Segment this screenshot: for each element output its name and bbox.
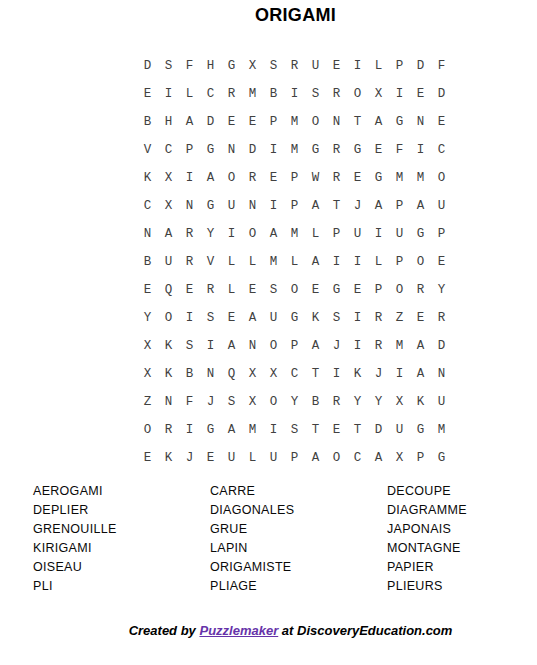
grid-cell: O <box>389 276 410 304</box>
grid-cell: I <box>158 80 179 108</box>
grid-cell: E <box>431 108 452 136</box>
grid-cell: G <box>389 108 410 136</box>
grid-cell: S <box>305 80 326 108</box>
word-list: AEROGAMIDEPLIERGRENOUILLEKIRIGAMIOISEAUP… <box>0 482 537 600</box>
grid-cell: E <box>431 248 452 276</box>
grid-cell: D <box>410 52 431 80</box>
grid-cell: U <box>221 192 242 220</box>
grid-cell: Y <box>368 388 389 416</box>
grid-cell: P <box>284 332 305 360</box>
grid-cell: E <box>368 136 389 164</box>
grid-cell: Y <box>431 276 452 304</box>
grid-cell: B <box>137 248 158 276</box>
grid-cell: S <box>263 276 284 304</box>
grid-cell: B <box>179 360 200 388</box>
grid-cell: R <box>326 388 347 416</box>
grid-cell: T <box>326 192 347 220</box>
grid-cell: G <box>410 416 431 444</box>
word-item: PLIEURS <box>387 577 467 596</box>
grid-cell: J <box>326 332 347 360</box>
grid-cell: N <box>221 136 242 164</box>
word-search-grid: DSFHGXSRUEILPDFEILCRMBISROXIEDBHADEEPMON… <box>137 52 452 472</box>
grid-cell: C <box>158 136 179 164</box>
grid-cell: L <box>368 248 389 276</box>
grid-cell: U <box>263 304 284 332</box>
grid-cell: T <box>305 416 326 444</box>
grid-cell: R <box>179 248 200 276</box>
grid-cell: O <box>242 220 263 248</box>
grid-cell: O <box>326 444 347 472</box>
grid-cell: G <box>347 136 368 164</box>
grid-cell: E <box>137 276 158 304</box>
grid-cell: C <box>137 192 158 220</box>
grid-cell: I <box>347 52 368 80</box>
grid-cell: A <box>305 248 326 276</box>
grid-cell: M <box>284 136 305 164</box>
grid-cell: G <box>284 304 305 332</box>
puzzle-title: ORIGAMI <box>0 5 537 26</box>
grid-cell: D <box>137 52 158 80</box>
grid-cell: X <box>389 444 410 472</box>
grid-cell: W <box>305 164 326 192</box>
grid-cell: P <box>389 192 410 220</box>
grid-cell: M <box>284 108 305 136</box>
grid-cell: X <box>158 164 179 192</box>
grid-cell: I <box>263 136 284 164</box>
grid-cell: M <box>389 164 410 192</box>
grid-cell: K <box>158 360 179 388</box>
grid-cell: A <box>242 304 263 332</box>
grid-cell: P <box>284 444 305 472</box>
grid-cell: K <box>137 164 158 192</box>
grid-cell: A <box>221 416 242 444</box>
grid-cell: P <box>431 220 452 248</box>
grid-cell: S <box>221 388 242 416</box>
grid-cell: L <box>221 276 242 304</box>
grid-cell: B <box>305 388 326 416</box>
grid-cell: C <box>431 136 452 164</box>
grid-cell: R <box>284 52 305 80</box>
grid-cell: A <box>200 164 221 192</box>
grid-cell: G <box>200 136 221 164</box>
word-item: MONTAGNE <box>387 539 467 558</box>
grid-cell: H <box>200 52 221 80</box>
grid-cell: A <box>263 220 284 248</box>
grid-cell: E <box>242 108 263 136</box>
grid-cell: R <box>221 80 242 108</box>
grid-cell: S <box>179 332 200 360</box>
grid-cell: N <box>200 360 221 388</box>
grid-cell: L <box>368 52 389 80</box>
grid-cell: I <box>347 248 368 276</box>
grid-cell: I <box>263 192 284 220</box>
grid-cell: I <box>221 220 242 248</box>
word-item: LAPIN <box>210 539 294 558</box>
grid-cell: L <box>242 248 263 276</box>
grid-cell: P <box>284 192 305 220</box>
grid-cell: Y <box>284 388 305 416</box>
grid-cell: X <box>242 52 263 80</box>
grid-cell: L <box>305 220 326 248</box>
grid-cell: A <box>305 332 326 360</box>
grid-cell: A <box>410 192 431 220</box>
grid-cell: D <box>242 136 263 164</box>
grid-cell: P <box>410 444 431 472</box>
grid-cell: D <box>200 108 221 136</box>
grid-cell: I <box>389 80 410 108</box>
grid-cell: P <box>284 164 305 192</box>
grid-cell: S <box>263 52 284 80</box>
grid-cell: H <box>158 108 179 136</box>
grid-cell: Z <box>389 304 410 332</box>
grid-cell: I <box>410 136 431 164</box>
grid-cell: L <box>284 248 305 276</box>
word-item: DIAGONALES <box>210 501 294 520</box>
grid-cell: E <box>410 304 431 332</box>
grid-cell: Q <box>221 360 242 388</box>
grid-cell: S <box>200 304 221 332</box>
grid-cell: I <box>326 248 347 276</box>
grid-cell: E <box>221 108 242 136</box>
grid-cell: I <box>179 304 200 332</box>
footer-credit: Created by Puzzlemaker at DiscoveryEduca… <box>0 623 537 638</box>
grid-cell: L <box>179 80 200 108</box>
grid-cell: G <box>305 136 326 164</box>
grid-cell: M <box>263 248 284 276</box>
grid-cell: O <box>347 80 368 108</box>
grid-cell: R <box>410 276 431 304</box>
grid-cell: L <box>221 248 242 276</box>
grid-cell: A <box>179 108 200 136</box>
grid-cell: A <box>410 360 431 388</box>
grid-cell: R <box>368 332 389 360</box>
grid-cell: U <box>431 192 452 220</box>
grid-cell: I <box>347 332 368 360</box>
grid-cell: N <box>242 192 263 220</box>
grid-cell: E <box>137 80 158 108</box>
grid-cell: T <box>305 360 326 388</box>
grid-cell: V <box>137 136 158 164</box>
grid-cell: U <box>158 248 179 276</box>
grid-cell: I <box>326 360 347 388</box>
grid-cell: F <box>179 388 200 416</box>
grid-cell: E <box>137 444 158 472</box>
grid-cell: J <box>347 192 368 220</box>
grid-cell: O <box>410 248 431 276</box>
grid-cell: G <box>221 52 242 80</box>
grid-cell: U <box>347 220 368 248</box>
grid-cell: S <box>284 416 305 444</box>
word-item: DECOUPE <box>387 482 467 501</box>
grid-cell: R <box>200 276 221 304</box>
grid-cell: O <box>158 304 179 332</box>
grid-cell: X <box>242 388 263 416</box>
grid-cell: D <box>431 332 452 360</box>
grid-cell: S <box>158 52 179 80</box>
grid-cell: I <box>179 164 200 192</box>
grid-cell: I <box>389 360 410 388</box>
footer-suffix: at DiscoveryEducation.com <box>282 623 453 638</box>
grid-cell: E <box>410 80 431 108</box>
grid-cell: S <box>326 304 347 332</box>
grid-cell: G <box>200 416 221 444</box>
grid-cell: N <box>158 388 179 416</box>
grid-cell: X <box>158 192 179 220</box>
grid-cell: O <box>137 416 158 444</box>
grid-cell: T <box>347 416 368 444</box>
footer-prefix: Created by <box>129 623 196 638</box>
grid-cell: G <box>368 164 389 192</box>
grid-cell: X <box>389 388 410 416</box>
word-item: GRENOUILLE <box>33 520 117 539</box>
grid-cell: B <box>263 80 284 108</box>
grid-cell: E <box>347 276 368 304</box>
word-item: OISEAU <box>33 558 117 577</box>
grid-cell: A <box>305 444 326 472</box>
grid-cell: F <box>389 136 410 164</box>
grid-cell: R <box>242 164 263 192</box>
grid-cell: I <box>179 416 200 444</box>
grid-cell: V <box>200 248 221 276</box>
grid-cell: I <box>368 220 389 248</box>
grid-cell: N <box>242 332 263 360</box>
grid-cell: E <box>326 416 347 444</box>
grid-cell: M <box>242 80 263 108</box>
grid-cell: K <box>347 360 368 388</box>
grid-cell: K <box>305 304 326 332</box>
grid-cell: G <box>431 444 452 472</box>
grid-cell: M <box>284 220 305 248</box>
grid-cell: D <box>431 80 452 108</box>
grid-cell: G <box>200 192 221 220</box>
grid-cell: O <box>284 276 305 304</box>
grid-cell: O <box>431 164 452 192</box>
word-item: ORIGAMISTE <box>210 558 294 577</box>
grid-cell: J <box>179 444 200 472</box>
word-item: PAPIER <box>387 558 467 577</box>
grid-cell: I <box>200 332 221 360</box>
grid-cell: E <box>263 164 284 192</box>
grid-cell: X <box>137 360 158 388</box>
grid-cell: U <box>221 444 242 472</box>
grid-cell: N <box>137 220 158 248</box>
grid-cell: C <box>284 360 305 388</box>
grid-cell: E <box>200 444 221 472</box>
grid-cell: U <box>389 220 410 248</box>
grid-cell: U <box>431 388 452 416</box>
grid-cell: A <box>368 108 389 136</box>
grid-cell: A <box>410 332 431 360</box>
grid-cell: J <box>368 360 389 388</box>
grid-cell: M <box>431 416 452 444</box>
grid-cell: F <box>179 52 200 80</box>
grid-cell: U <box>389 416 410 444</box>
word-list-column: AEROGAMIDEPLIERGRENOUILLEKIRIGAMIOISEAUP… <box>33 482 117 596</box>
puzzlemaker-link[interactable]: Puzzlemaker <box>199 623 278 638</box>
grid-cell: Y <box>347 388 368 416</box>
grid-cell: X <box>368 80 389 108</box>
grid-cell: U <box>263 444 284 472</box>
grid-cell: R <box>179 220 200 248</box>
grid-cell: O <box>263 332 284 360</box>
grid-cell: I <box>284 80 305 108</box>
grid-cell: R <box>326 164 347 192</box>
grid-cell: K <box>410 388 431 416</box>
grid-cell: E <box>179 276 200 304</box>
word-item: DEPLIER <box>33 501 117 520</box>
grid-cell: R <box>158 416 179 444</box>
grid-cell: A <box>305 192 326 220</box>
word-item: AEROGAMI <box>33 482 117 501</box>
grid-cell: C <box>200 80 221 108</box>
grid-cell: E <box>347 164 368 192</box>
grid-cell: N <box>179 192 200 220</box>
grid-cell: B <box>137 108 158 136</box>
grid-cell: A <box>221 332 242 360</box>
grid-cell: U <box>305 52 326 80</box>
grid-cell: N <box>431 360 452 388</box>
word-item: CARRE <box>210 482 294 501</box>
grid-cell: T <box>347 108 368 136</box>
grid-cell: R <box>431 304 452 332</box>
grid-cell: M <box>242 416 263 444</box>
grid-cell: X <box>263 360 284 388</box>
grid-cell: G <box>326 276 347 304</box>
grid-cell: Z <box>137 388 158 416</box>
grid-cell: M <box>389 332 410 360</box>
grid-cell: Q <box>158 276 179 304</box>
grid-cell: P <box>389 52 410 80</box>
grid-cell: L <box>242 444 263 472</box>
grid-cell: K <box>158 332 179 360</box>
grid-cell: P <box>368 276 389 304</box>
grid-cell: R <box>326 136 347 164</box>
grid-cell: E <box>305 276 326 304</box>
grid-cell: O <box>305 108 326 136</box>
grid-cell: I <box>347 304 368 332</box>
word-item: JAPONAIS <box>387 520 467 539</box>
grid-cell: J <box>200 388 221 416</box>
grid-cell: P <box>389 248 410 276</box>
grid-cell: X <box>137 332 158 360</box>
grid-cell: A <box>158 220 179 248</box>
grid-cell: Y <box>137 304 158 332</box>
grid-cell: R <box>326 80 347 108</box>
grid-cell: E <box>242 276 263 304</box>
grid-cell: X <box>242 360 263 388</box>
grid-cell: I <box>263 416 284 444</box>
grid-cell: E <box>221 304 242 332</box>
word-list-column: DECOUPEDIAGRAMMEJAPONAISMONTAGNEPAPIERPL… <box>387 482 467 596</box>
word-item: GRUE <box>210 520 294 539</box>
grid-cell: A <box>368 444 389 472</box>
grid-cell: C <box>347 444 368 472</box>
grid-cell: N <box>326 108 347 136</box>
grid-cell: P <box>179 136 200 164</box>
grid-cell: O <box>263 388 284 416</box>
grid-cell: M <box>410 164 431 192</box>
grid-cell: K <box>158 444 179 472</box>
grid-cell: Y <box>200 220 221 248</box>
grid-cell: G <box>410 220 431 248</box>
grid-cell: N <box>410 108 431 136</box>
word-item: DIAGRAMME <box>387 501 467 520</box>
grid-cell: A <box>368 192 389 220</box>
word-item: KIRIGAMI <box>33 539 117 558</box>
word-list-column: CARREDIAGONALESGRUELAPINORIGAMISTEPLIAGE <box>210 482 294 596</box>
grid-cell: R <box>368 304 389 332</box>
grid-cell: P <box>263 108 284 136</box>
grid-cell: E <box>326 52 347 80</box>
grid-cell: P <box>326 220 347 248</box>
word-item: PLI <box>33 577 117 596</box>
grid-cell: D <box>368 416 389 444</box>
word-item: PLIAGE <box>210 577 294 596</box>
grid-cell: O <box>221 164 242 192</box>
grid-cell: F <box>431 52 452 80</box>
